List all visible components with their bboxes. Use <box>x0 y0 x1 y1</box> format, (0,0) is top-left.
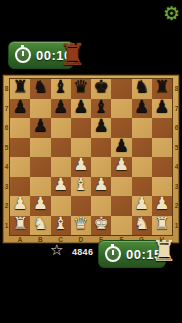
square-b4[interactable] <box>30 157 50 177</box>
square-h5[interactable] <box>152 138 172 158</box>
file-label-b: B <box>30 235 50 244</box>
square-d2[interactable] <box>71 196 91 216</box>
square-d3[interactable]: ♝ <box>71 177 91 197</box>
square-e1[interactable]: ♚ <box>91 216 111 236</box>
square-c2[interactable] <box>51 196 71 216</box>
piece-black-p: ♟ <box>111 136 131 156</box>
rank-label-7: 7 <box>173 99 180 119</box>
square-b7[interactable] <box>30 99 50 119</box>
rank-label-6: 6 <box>173 118 180 138</box>
square-c6[interactable] <box>51 118 71 138</box>
piece-black-q: ♛ <box>71 77 91 97</box>
black-clock: 00:10 <box>8 41 74 69</box>
rank-label-4: 4 <box>173 157 180 177</box>
square-c1[interactable]: ♝ <box>51 216 71 236</box>
piece-black-p: ♟ <box>132 97 152 117</box>
square-h2[interactable]: ♟ <box>152 196 172 216</box>
white-clock-time: 00:15 <box>126 247 162 262</box>
rank-label-4: 4 <box>3 157 10 177</box>
square-b1[interactable]: ♞ <box>30 216 50 236</box>
piece-white-n: ♞ <box>132 214 152 234</box>
piece-black-r: ♜ <box>10 77 30 97</box>
white-clock: 00:15 <box>98 240 166 268</box>
square-e3[interactable]: ♟ <box>91 177 111 197</box>
square-a2[interactable]: ♟ <box>10 196 30 216</box>
piece-white-r: ♜ <box>152 214 172 234</box>
square-d6[interactable] <box>71 118 91 138</box>
chess-board: ♜♞♝♛♚♞♜♟♟♟♝♟♟♟♟♟♟♟♟♝♟♟♟♟♟♜♞♝♛♚♞♜ 8877665… <box>2 74 180 244</box>
app-screen: ⚙ 00:10 ♜ ♜♞♝♛♚♞♜♟♟♟♝♟♟♟♟♟♟♟♟♝♟♟♟♟♟♜♞♝♛♚… <box>0 0 182 323</box>
piece-white-p: ♟ <box>91 175 111 195</box>
square-b5[interactable] <box>30 138 50 158</box>
square-f8[interactable] <box>111 79 131 99</box>
rank-label-5: 5 <box>173 138 180 158</box>
square-f4[interactable]: ♟ <box>111 157 131 177</box>
piece-white-q: ♛ <box>71 214 91 234</box>
rank-label-2: 2 <box>3 196 10 216</box>
square-h4[interactable] <box>152 157 172 177</box>
piece-white-p: ♟ <box>10 194 30 214</box>
square-c3[interactable]: ♟ <box>51 177 71 197</box>
square-f2[interactable] <box>111 196 131 216</box>
file-label-d: D <box>71 235 91 244</box>
square-h1[interactable]: ♜ <box>152 216 172 236</box>
rank-label-5: 5 <box>3 138 10 158</box>
piece-white-b: ♝ <box>71 175 91 195</box>
piece-white-r: ♜ <box>10 214 30 234</box>
rank-label-1: 1 <box>3 216 10 236</box>
square-a4[interactable] <box>10 157 30 177</box>
rank-label-3: 3 <box>173 177 180 197</box>
square-d5[interactable] <box>71 138 91 158</box>
square-e7[interactable]: ♝ <box>91 99 111 119</box>
square-d8[interactable]: ♛ <box>71 79 91 99</box>
square-h3[interactable] <box>152 177 172 197</box>
square-h8[interactable]: ♜ <box>152 79 172 99</box>
piece-black-p: ♟ <box>71 97 91 117</box>
square-c5[interactable] <box>51 138 71 158</box>
square-g2[interactable]: ♟ <box>132 196 152 216</box>
square-e4[interactable] <box>91 157 111 177</box>
settings-gear-icon[interactable]: ⚙ <box>163 4 180 24</box>
rank-label-7: 7 <box>3 99 10 119</box>
piece-black-b: ♝ <box>51 77 71 97</box>
piece-white-p: ♟ <box>30 194 50 214</box>
square-a6[interactable] <box>10 118 30 138</box>
square-f7[interactable] <box>111 99 131 119</box>
piece-black-n: ♞ <box>30 77 50 97</box>
square-f6[interactable] <box>111 118 131 138</box>
piece-black-k: ♚ <box>91 77 111 97</box>
piece-black-b: ♝ <box>91 97 111 117</box>
square-c7[interactable]: ♟ <box>51 99 71 119</box>
piece-black-p: ♟ <box>152 97 172 117</box>
square-a3[interactable] <box>10 177 30 197</box>
rank-label-1: 1 <box>173 216 180 236</box>
square-g6[interactable] <box>132 118 152 138</box>
piece-white-p: ♟ <box>51 175 71 195</box>
stopwatch-icon <box>15 47 31 63</box>
square-b3[interactable] <box>30 177 50 197</box>
piece-white-n: ♞ <box>30 214 50 234</box>
square-d7[interactable]: ♟ <box>71 99 91 119</box>
square-f1[interactable] <box>111 216 131 236</box>
piece-white-k: ♚ <box>91 214 111 234</box>
black-clock-time: 00:10 <box>36 48 72 63</box>
square-g7[interactable]: ♟ <box>132 99 152 119</box>
square-g5[interactable] <box>132 138 152 158</box>
piece-black-p: ♟ <box>51 97 71 117</box>
board-grid: ♜♞♝♛♚♞♜♟♟♟♝♟♟♟♟♟♟♟♟♝♟♟♟♟♟♜♞♝♛♚♞♜ <box>10 79 172 235</box>
square-h6[interactable] <box>152 118 172 138</box>
piece-black-p: ♟ <box>91 116 111 136</box>
piece-black-p: ♟ <box>10 97 30 117</box>
rank-label-6: 6 <box>3 118 10 138</box>
square-c8[interactable]: ♝ <box>51 79 71 99</box>
rank-label-8: 8 <box>3 79 10 99</box>
square-a8[interactable]: ♜ <box>10 79 30 99</box>
square-e8[interactable]: ♚ <box>91 79 111 99</box>
piece-black-p: ♟ <box>30 116 50 136</box>
square-g3[interactable] <box>132 177 152 197</box>
square-h7[interactable]: ♟ <box>152 99 172 119</box>
piece-black-r: ♜ <box>152 77 172 97</box>
square-g4[interactable] <box>132 157 152 177</box>
piece-white-b: ♝ <box>51 214 71 234</box>
square-e5[interactable] <box>91 138 111 158</box>
square-g8[interactable]: ♞ <box>132 79 152 99</box>
stopwatch-icon <box>105 246 121 262</box>
square-a7[interactable]: ♟ <box>10 99 30 119</box>
square-d4[interactable]: ♟ <box>71 157 91 177</box>
square-g1[interactable]: ♞ <box>132 216 152 236</box>
square-a1[interactable]: ♜ <box>10 216 30 236</box>
square-d1[interactable]: ♛ <box>71 216 91 236</box>
rank-label-2: 2 <box>173 196 180 216</box>
square-b6[interactable]: ♟ <box>30 118 50 138</box>
rank-label-8: 8 <box>173 79 180 99</box>
square-c4[interactable] <box>51 157 71 177</box>
square-b2[interactable]: ♟ <box>30 196 50 216</box>
square-e6[interactable]: ♟ <box>91 118 111 138</box>
file-label-a: A <box>10 235 30 244</box>
square-f3[interactable] <box>111 177 131 197</box>
piece-white-p: ♟ <box>111 155 131 175</box>
rank-label-3: 3 <box>3 177 10 197</box>
piece-white-p: ♟ <box>152 194 172 214</box>
piece-black-n: ♞ <box>132 77 152 97</box>
square-a5[interactable] <box>10 138 30 158</box>
square-e2[interactable] <box>91 196 111 216</box>
piece-white-p: ♟ <box>71 155 91 175</box>
square-f5[interactable]: ♟ <box>111 138 131 158</box>
square-b8[interactable]: ♞ <box>30 79 50 99</box>
score-value: 4846 <box>72 247 93 257</box>
star-icon: ☆ <box>50 242 63 258</box>
piece-white-p: ♟ <box>132 194 152 214</box>
